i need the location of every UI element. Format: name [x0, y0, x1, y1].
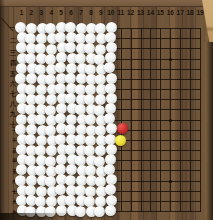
white-stone[interactable]: [16, 164, 27, 175]
board-left-edge: [0, 0, 5, 220]
white-stone[interactable]: [65, 42, 76, 53]
white-stone[interactable]: [104, 62, 115, 73]
white-stone[interactable]: [46, 94, 57, 105]
grid-line-vertical: [180, 28, 181, 212]
hoshi-point: [169, 119, 172, 122]
white-stone[interactable]: [46, 145, 57, 156]
white-stone[interactable]: [35, 64, 46, 75]
white-stone[interactable]: [105, 184, 116, 195]
white-stone[interactable]: [94, 206, 105, 217]
grid-line-vertical: [121, 28, 122, 212]
white-stone[interactable]: [45, 105, 56, 116]
white-stone[interactable]: [95, 94, 106, 105]
white-stone[interactable]: [85, 64, 96, 75]
white-stone[interactable]: [25, 134, 36, 145]
yellow-marker-stone[interactable]: [115, 135, 126, 146]
white-stone[interactable]: [85, 186, 96, 197]
white-stone[interactable]: [16, 114, 27, 125]
grid-line-vertical: [200, 28, 201, 212]
white-stone[interactable]: [26, 23, 37, 34]
hoshi-point: [169, 180, 172, 183]
white-stone[interactable]: [25, 84, 36, 95]
white-stone[interactable]: [65, 175, 76, 186]
white-stone[interactable]: [26, 73, 37, 84]
white-stone[interactable]: [45, 156, 56, 167]
white-stone[interactable]: [94, 105, 105, 116]
go-board[interactable]: 12345678910111213141516171819 一二三四五六七八九十…: [0, 0, 213, 220]
white-stone[interactable]: [95, 44, 106, 55]
white-stone[interactable]: [36, 186, 47, 197]
white-stone[interactable]: [105, 205, 116, 216]
scene: 12345678910111213141516171819 一二三四五六七八九十…: [0, 0, 213, 220]
white-stone[interactable]: [55, 134, 66, 145]
white-stone[interactable]: [55, 184, 66, 195]
white-stone[interactable]: [85, 114, 96, 125]
white-stone[interactable]: [106, 22, 117, 33]
white-stone[interactable]: [16, 42, 27, 53]
white-stone[interactable]: [106, 144, 117, 155]
white-stone[interactable]: [75, 206, 86, 217]
hoshi-point: [169, 58, 172, 61]
board-bottom-shadow: [0, 213, 70, 220]
white-stone[interactable]: [25, 33, 36, 44]
white-stone[interactable]: [85, 135, 96, 146]
white-stone[interactable]: [76, 73, 87, 84]
white-stone[interactable]: [55, 62, 66, 73]
white-stone[interactable]: [75, 84, 86, 95]
board-right-edge: [203, 42, 213, 220]
white-stone[interactable]: [55, 83, 66, 94]
white-stone[interactable]: [46, 44, 57, 55]
white-stone[interactable]: [75, 155, 86, 166]
board-top-edge: [0, 0, 213, 7]
white-stone[interactable]: [94, 156, 105, 167]
white-stone[interactable]: [66, 114, 77, 125]
red-marker-stone[interactable]: [117, 123, 128, 134]
white-stone[interactable]: [76, 23, 87, 34]
grid-line-vertical: [190, 28, 191, 212]
grid-line-vertical: [141, 28, 142, 212]
white-stone[interactable]: [106, 73, 117, 84]
grid-line-vertical: [131, 28, 132, 212]
white-stone[interactable]: [75, 33, 86, 44]
grid-line-vertical: [150, 28, 151, 212]
white-stone[interactable]: [75, 134, 86, 145]
white-stone[interactable]: [66, 164, 77, 175]
white-stone[interactable]: [106, 195, 117, 206]
grid-line-vertical: [160, 28, 161, 212]
white-stone[interactable]: [106, 123, 117, 134]
white-stone[interactable]: [15, 175, 26, 186]
white-stone[interactable]: [95, 145, 106, 156]
white-stone[interactable]: [35, 114, 46, 125]
